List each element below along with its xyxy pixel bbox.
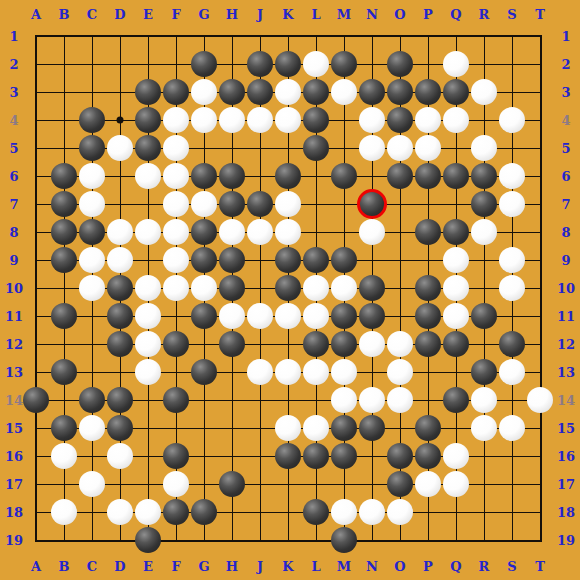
white-stone[interactable]	[79, 275, 105, 301]
white-stone[interactable]	[275, 415, 301, 441]
white-stone[interactable]	[359, 499, 385, 525]
black-stone[interactable]	[387, 51, 413, 77]
column-label-top: K	[282, 8, 293, 21]
black-stone[interactable]	[387, 107, 413, 133]
column-label-bottom: L	[311, 560, 320, 573]
white-stone[interactable]	[359, 331, 385, 357]
black-stone[interactable]	[443, 163, 469, 189]
white-stone[interactable]	[387, 387, 413, 413]
column-label-top: C	[87, 8, 97, 21]
white-stone[interactable]	[303, 415, 329, 441]
black-stone[interactable]	[107, 331, 133, 357]
column-label-top: E	[143, 8, 153, 21]
black-stone[interactable]	[443, 79, 469, 105]
column-label-top: D	[114, 8, 125, 21]
row-label-left: 17	[5, 478, 23, 491]
white-stone[interactable]	[415, 471, 441, 497]
white-stone[interactable]	[359, 219, 385, 245]
column-label-bottom: N	[366, 560, 378, 573]
black-stone[interactable]	[415, 275, 441, 301]
black-stone[interactable]	[219, 247, 245, 273]
row-label-left: 2	[9, 58, 18, 71]
column-label-top: G	[198, 8, 209, 21]
column-label-bottom: M	[337, 560, 351, 573]
black-stone[interactable]	[163, 387, 189, 413]
column-label-top: A	[31, 8, 41, 21]
white-stone[interactable]	[499, 415, 525, 441]
black-stone[interactable]	[387, 471, 413, 497]
column-label-top: T	[535, 8, 545, 21]
column-label-bottom: T	[535, 560, 545, 573]
row-label-left: 11	[5, 310, 23, 323]
black-stone[interactable]	[51, 163, 77, 189]
black-stone[interactable]	[51, 247, 77, 273]
black-stone[interactable]	[415, 415, 441, 441]
black-stone[interactable]	[51, 191, 77, 217]
row-label-right: 14	[557, 394, 575, 407]
white-stone[interactable]	[79, 191, 105, 217]
white-stone[interactable]	[163, 219, 189, 245]
white-stone[interactable]	[107, 443, 133, 469]
column-label-top: B	[59, 8, 70, 21]
black-stone[interactable]	[163, 499, 189, 525]
column-label-bottom: E	[143, 560, 153, 573]
white-stone[interactable]	[219, 219, 245, 245]
white-stone[interactable]	[163, 191, 189, 217]
white-stone[interactable]	[247, 359, 273, 385]
row-label-left: 13	[5, 366, 23, 379]
black-stone[interactable]	[471, 163, 497, 189]
column-label-top: Q	[450, 8, 461, 21]
black-stone[interactable]	[51, 219, 77, 245]
row-label-right: 1	[561, 30, 570, 43]
white-stone[interactable]	[415, 107, 441, 133]
row-label-right: 3	[561, 86, 570, 99]
white-stone[interactable]	[247, 219, 273, 245]
black-stone[interactable]	[107, 415, 133, 441]
white-stone[interactable]	[499, 163, 525, 189]
column-label-bottom: A	[31, 560, 41, 573]
black-stone[interactable]	[275, 275, 301, 301]
white-stone[interactable]	[51, 499, 77, 525]
black-stone[interactable]	[107, 387, 133, 413]
column-label-top: F	[171, 8, 180, 21]
white-stone[interactable]	[303, 51, 329, 77]
white-stone[interactable]	[331, 359, 357, 385]
row-label-right: 6	[561, 170, 570, 183]
white-stone[interactable]	[275, 107, 301, 133]
column-label-bottom: P	[423, 560, 433, 573]
black-stone[interactable]	[219, 79, 245, 105]
white-stone[interactable]	[163, 135, 189, 161]
white-stone[interactable]	[387, 499, 413, 525]
white-stone[interactable]	[387, 359, 413, 385]
black-stone[interactable]	[331, 303, 357, 329]
black-stone[interactable]	[191, 163, 217, 189]
white-stone[interactable]	[443, 51, 469, 77]
white-stone[interactable]	[135, 163, 161, 189]
column-label-top: P	[423, 8, 433, 21]
row-label-left: 16	[5, 450, 23, 463]
black-stone[interactable]	[135, 79, 161, 105]
black-stone[interactable]	[359, 303, 385, 329]
row-label-right: 9	[561, 254, 570, 267]
column-label-bottom: J	[257, 560, 263, 573]
column-label-top: S	[507, 8, 516, 21]
black-stone[interactable]	[303, 135, 329, 161]
black-stone[interactable]	[163, 443, 189, 469]
black-stone[interactable]	[499, 331, 525, 357]
white-stone[interactable]	[163, 247, 189, 273]
white-stone[interactable]	[499, 275, 525, 301]
white-stone[interactable]	[51, 443, 77, 469]
row-label-right: 5	[561, 142, 570, 155]
white-stone[interactable]	[303, 303, 329, 329]
black-stone[interactable]	[219, 163, 245, 189]
row-label-left: 18	[5, 506, 23, 519]
white-stone[interactable]	[359, 135, 385, 161]
row-label-left: 1	[9, 30, 18, 43]
black-stone[interactable]	[191, 247, 217, 273]
white-stone[interactable]	[135, 331, 161, 357]
black-stone[interactable]	[331, 415, 357, 441]
white-stone[interactable]	[471, 415, 497, 441]
white-stone[interactable]	[79, 163, 105, 189]
white-stone[interactable]	[443, 471, 469, 497]
black-stone[interactable]	[443, 331, 469, 357]
white-stone[interactable]	[331, 387, 357, 413]
row-label-right: 15	[557, 422, 575, 435]
row-label-right: 16	[557, 450, 575, 463]
row-label-right: 2	[561, 58, 570, 71]
black-stone[interactable]	[387, 443, 413, 469]
black-stone[interactable]	[219, 471, 245, 497]
row-label-left: 7	[9, 198, 18, 211]
black-stone[interactable]	[415, 163, 441, 189]
white-stone[interactable]	[471, 135, 497, 161]
black-stone[interactable]	[107, 303, 133, 329]
black-stone[interactable]	[303, 331, 329, 357]
white-stone[interactable]	[191, 275, 217, 301]
white-stone[interactable]	[247, 107, 273, 133]
white-stone[interactable]	[135, 359, 161, 385]
white-stone[interactable]	[107, 499, 133, 525]
row-label-right: 4	[561, 114, 570, 127]
white-stone[interactable]	[107, 219, 133, 245]
white-stone[interactable]	[191, 107, 217, 133]
black-stone[interactable]	[51, 303, 77, 329]
row-label-right: 12	[557, 338, 575, 351]
black-stone[interactable]	[387, 163, 413, 189]
row-label-left: 12	[5, 338, 23, 351]
white-stone[interactable]	[135, 219, 161, 245]
white-stone[interactable]	[331, 79, 357, 105]
white-stone[interactable]	[359, 107, 385, 133]
white-stone[interactable]	[275, 359, 301, 385]
column-label-top: L	[311, 8, 320, 21]
white-stone[interactable]	[163, 471, 189, 497]
black-stone[interactable]	[51, 415, 77, 441]
white-stone[interactable]	[471, 219, 497, 245]
row-label-left: 9	[9, 254, 18, 267]
black-stone[interactable]	[247, 51, 273, 77]
column-label-top: H	[226, 8, 238, 21]
white-stone[interactable]	[107, 247, 133, 273]
row-label-right: 17	[557, 478, 575, 491]
white-stone[interactable]	[275, 191, 301, 217]
black-stone[interactable]	[79, 107, 105, 133]
white-stone[interactable]	[471, 79, 497, 105]
white-stone[interactable]	[275, 303, 301, 329]
black-stone[interactable]	[331, 331, 357, 357]
black-stone[interactable]	[471, 303, 497, 329]
black-stone[interactable]	[135, 527, 161, 553]
black-stone[interactable]	[359, 79, 385, 105]
black-stone[interactable]	[415, 303, 441, 329]
white-stone[interactable]	[275, 219, 301, 245]
white-stone[interactable]	[527, 387, 553, 413]
black-stone[interactable]	[219, 331, 245, 357]
white-stone[interactable]	[219, 107, 245, 133]
column-label-top: N	[366, 8, 378, 21]
white-stone[interactable]	[135, 275, 161, 301]
column-label-bottom: K	[282, 560, 293, 573]
white-stone[interactable]	[79, 415, 105, 441]
white-stone[interactable]	[303, 359, 329, 385]
black-stone[interactable]	[303, 79, 329, 105]
column-label-bottom: Q	[450, 560, 461, 573]
row-label-right: 19	[557, 534, 575, 547]
black-stone[interactable]	[331, 443, 357, 469]
row-label-left: 4	[9, 114, 18, 127]
row-label-right: 8	[561, 226, 570, 239]
column-label-bottom: C	[87, 560, 97, 573]
black-stone[interactable]	[415, 79, 441, 105]
black-stone[interactable]	[331, 247, 357, 273]
row-label-right: 11	[557, 310, 575, 323]
white-stone[interactable]	[331, 275, 357, 301]
white-stone[interactable]	[443, 247, 469, 273]
black-stone[interactable]	[443, 219, 469, 245]
column-label-bottom: S	[507, 560, 516, 573]
black-stone[interactable]	[303, 443, 329, 469]
row-label-left: 19	[5, 534, 23, 547]
black-stone[interactable]	[79, 219, 105, 245]
white-stone[interactable]	[163, 163, 189, 189]
black-stone[interactable]	[359, 275, 385, 301]
column-label-top: R	[479, 8, 490, 21]
black-stone[interactable]	[415, 219, 441, 245]
row-label-right: 13	[557, 366, 575, 379]
white-stone[interactable]	[443, 275, 469, 301]
column-label-bottom: B	[59, 560, 70, 573]
column-label-bottom: G	[198, 560, 209, 573]
row-label-left: 6	[9, 170, 18, 183]
black-stone[interactable]	[303, 247, 329, 273]
white-stone[interactable]	[135, 303, 161, 329]
column-label-bottom: R	[479, 560, 490, 573]
white-stone[interactable]	[275, 79, 301, 105]
white-stone[interactable]	[359, 387, 385, 413]
black-stone[interactable]	[415, 443, 441, 469]
column-label-bottom: H	[226, 560, 238, 573]
black-stone[interactable]	[191, 219, 217, 245]
row-label-left: 15	[5, 422, 23, 435]
black-stone[interactable]	[219, 275, 245, 301]
black-stone[interactable]	[51, 359, 77, 385]
row-label-left: 5	[9, 142, 18, 155]
black-stone[interactable]	[275, 247, 301, 273]
white-stone[interactable]	[79, 471, 105, 497]
black-stone[interactable]	[303, 499, 329, 525]
black-stone[interactable]	[331, 51, 357, 77]
black-stone[interactable]	[191, 303, 217, 329]
white-stone[interactable]	[219, 303, 245, 329]
black-stone[interactable]	[163, 331, 189, 357]
white-stone[interactable]	[163, 107, 189, 133]
row-label-left: 10	[5, 282, 23, 295]
column-label-top: J	[257, 8, 263, 21]
white-stone[interactable]	[191, 191, 217, 217]
black-stone[interactable]	[415, 331, 441, 357]
black-stone[interactable]	[219, 191, 245, 217]
white-stone[interactable]	[499, 359, 525, 385]
black-stone[interactable]	[191, 499, 217, 525]
white-stone[interactable]	[415, 135, 441, 161]
row-label-left: 8	[9, 226, 18, 239]
black-stone[interactable]	[359, 191, 385, 217]
black-stone[interactable]	[135, 135, 161, 161]
black-stone[interactable]	[275, 51, 301, 77]
white-stone[interactable]	[135, 499, 161, 525]
black-stone[interactable]	[443, 387, 469, 413]
black-stone[interactable]	[23, 387, 49, 413]
white-stone[interactable]	[387, 331, 413, 357]
white-stone[interactable]	[471, 387, 497, 413]
black-stone[interactable]	[191, 359, 217, 385]
black-stone[interactable]	[79, 387, 105, 413]
column-label-top: O	[394, 8, 405, 21]
white-stone[interactable]	[387, 135, 413, 161]
black-stone[interactable]	[135, 107, 161, 133]
black-stone[interactable]	[387, 79, 413, 105]
column-label-bottom: F	[171, 560, 180, 573]
black-stone[interactable]	[303, 107, 329, 133]
row-label-right: 10	[557, 282, 575, 295]
black-stone[interactable]	[331, 527, 357, 553]
white-stone[interactable]	[331, 499, 357, 525]
column-label-bottom: D	[114, 560, 125, 573]
black-stone[interactable]	[471, 191, 497, 217]
white-stone[interactable]	[499, 247, 525, 273]
white-stone[interactable]	[443, 107, 469, 133]
row-label-left: 3	[9, 86, 18, 99]
black-stone[interactable]	[247, 79, 273, 105]
black-stone[interactable]	[359, 415, 385, 441]
black-stone[interactable]	[471, 359, 497, 385]
column-label-bottom: O	[394, 560, 405, 573]
white-stone[interactable]	[191, 79, 217, 105]
white-stone[interactable]	[499, 107, 525, 133]
black-stone[interactable]	[331, 163, 357, 189]
white-stone[interactable]	[107, 135, 133, 161]
black-stone[interactable]	[79, 135, 105, 161]
black-stone[interactable]	[247, 191, 273, 217]
white-stone[interactable]	[163, 275, 189, 301]
black-stone[interactable]	[107, 275, 133, 301]
go-board[interactable]: AA11BB22CC33DD44EE55FF66GG77HH88JJ99KK10…	[0, 0, 580, 580]
column-label-top: M	[337, 8, 351, 21]
black-stone[interactable]	[275, 163, 301, 189]
row-label-right: 18	[557, 506, 575, 519]
white-stone[interactable]	[247, 303, 273, 329]
white-stone[interactable]	[303, 275, 329, 301]
row-label-right: 7	[561, 198, 570, 211]
white-stone[interactable]	[443, 303, 469, 329]
black-stone[interactable]	[275, 443, 301, 469]
white-stone[interactable]	[79, 247, 105, 273]
black-stone[interactable]	[163, 79, 189, 105]
star-point	[117, 117, 124, 124]
black-stone[interactable]	[191, 51, 217, 77]
white-stone[interactable]	[443, 443, 469, 469]
white-stone[interactable]	[499, 191, 525, 217]
row-label-left: 14	[5, 394, 23, 407]
